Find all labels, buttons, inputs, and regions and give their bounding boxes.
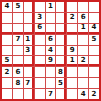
cell-r4c4-empty[interactable] (35, 35, 45, 45)
cell-r8c6-given: 5 (56, 78, 66, 88)
cell-r8c4-empty[interactable] (35, 78, 45, 88)
cell-r9c5-given: 7 (46, 89, 56, 99)
cell-r9c9-given: 2 (89, 89, 99, 99)
cell-r7c2-given: 6 (13, 67, 23, 77)
cell-r3c6-empty[interactable] (56, 24, 66, 34)
cell-r2c8-given: 6 (78, 13, 88, 23)
cell-r6c6-empty[interactable] (56, 56, 66, 66)
cell-r6c4-empty[interactable] (35, 56, 45, 66)
cell-r1c9-empty[interactable] (89, 2, 99, 12)
cell-r9c8-given: 4 (78, 89, 88, 99)
cell-r6c2-empty[interactable] (13, 56, 23, 66)
cell-r6c8-given: 2 (78, 56, 88, 66)
cell-r4c6-empty[interactable] (56, 35, 66, 45)
cell-r5c5-given: 4 (46, 46, 56, 56)
cell-r3c8-given: 1 (78, 24, 88, 34)
cell-r6c7-given: 1 (67, 56, 77, 66)
cell-r1c5-given: 1 (46, 2, 56, 12)
cell-r2c5-empty[interactable] (46, 13, 56, 23)
cell-r9c1-empty[interactable] (2, 89, 12, 99)
cell-r7c3-empty[interactable] (24, 67, 34, 77)
cell-r4c7-empty[interactable] (67, 35, 77, 45)
cell-r1c7-empty[interactable] (67, 2, 77, 12)
cell-r3c7-empty[interactable] (67, 24, 77, 34)
cell-r9c6-empty[interactable] (56, 89, 66, 99)
cell-r1c4-empty[interactable] (35, 2, 45, 12)
cell-r4c8-empty[interactable] (78, 35, 88, 45)
cell-r2c2-empty[interactable] (13, 13, 23, 23)
cell-r9c7-empty[interactable] (67, 89, 77, 99)
cell-r2c9-empty[interactable] (89, 13, 99, 23)
cell-r3c2-empty[interactable] (13, 24, 23, 34)
cell-r8c5-empty[interactable] (46, 78, 56, 88)
cell-r9c4-empty[interactable] (35, 89, 45, 99)
cell-r2c7-given: 2 (67, 13, 77, 23)
sudoku-board: 45132661471653495912268875742 (0, 0, 101, 101)
cell-r1c2-given: 5 (13, 2, 23, 12)
cell-r7c5-empty[interactable] (46, 67, 56, 77)
cell-r1c6-empty[interactable] (56, 2, 66, 12)
cell-r8c7-empty[interactable] (67, 78, 77, 88)
cell-r3c4-given: 6 (35, 24, 45, 34)
cell-r8c3-given: 7 (24, 78, 34, 88)
cell-r6c3-empty[interactable] (24, 56, 34, 66)
cell-r3c5-empty[interactable] (46, 24, 56, 34)
cell-r2c4-given: 3 (35, 13, 45, 23)
cell-r3c3-empty[interactable] (24, 24, 34, 34)
cell-r6c9-empty[interactable] (89, 56, 99, 66)
cell-r7c8-empty[interactable] (78, 67, 88, 77)
cell-r1c3-empty[interactable] (24, 2, 34, 12)
cell-r8c8-empty[interactable] (78, 78, 88, 88)
cell-r7c9-empty[interactable] (89, 67, 99, 77)
cell-r4c3-given: 1 (24, 35, 34, 45)
cell-r3c1-empty[interactable] (2, 24, 12, 34)
cell-r6c1-given: 5 (2, 56, 12, 66)
cell-r5c1-empty[interactable] (2, 46, 12, 56)
cell-r8c9-empty[interactable] (89, 78, 99, 88)
cell-r2c6-empty[interactable] (56, 13, 66, 23)
cell-r8c2-given: 8 (13, 78, 23, 88)
cell-r3c9-given: 4 (89, 24, 99, 34)
cell-r5c8-empty[interactable] (78, 46, 88, 56)
cell-r5c9-empty[interactable] (89, 46, 99, 56)
cell-r5c2-empty[interactable] (13, 46, 23, 56)
cell-r9c2-empty[interactable] (13, 89, 23, 99)
cell-r5c6-empty[interactable] (56, 46, 66, 56)
cell-r1c1-given: 4 (2, 2, 12, 12)
cell-r1c8-empty[interactable] (78, 2, 88, 12)
cell-r4c2-given: 7 (13, 35, 23, 45)
cell-r7c7-empty[interactable] (67, 67, 77, 77)
cell-r7c4-empty[interactable] (35, 67, 45, 77)
cell-r8c1-empty[interactable] (2, 78, 12, 88)
cell-r4c9-given: 5 (89, 35, 99, 45)
cell-r5c4-empty[interactable] (35, 46, 45, 56)
cell-r6c5-given: 9 (46, 56, 56, 66)
cell-r5c3-given: 3 (24, 46, 34, 56)
cell-r4c1-empty[interactable] (2, 35, 12, 45)
cell-r4c5-given: 6 (46, 35, 56, 45)
sudoku-puzzle: 45132661471653495912268875742 (0, 0, 101, 101)
cell-r7c6-given: 8 (56, 67, 66, 77)
cell-r9c3-empty[interactable] (24, 89, 34, 99)
cell-r5c7-given: 9 (67, 46, 77, 56)
cell-r7c1-given: 2 (2, 67, 12, 77)
cell-r2c1-empty[interactable] (2, 13, 12, 23)
cell-r2c3-empty[interactable] (24, 13, 34, 23)
